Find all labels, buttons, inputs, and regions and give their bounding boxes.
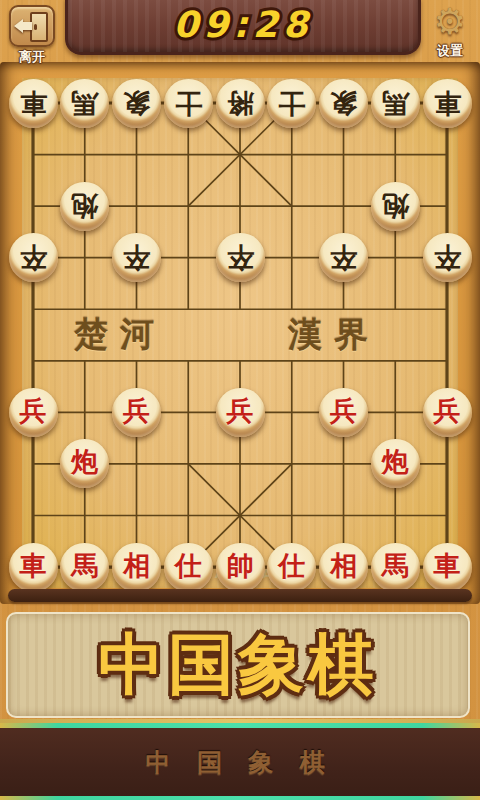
logo-panel: 中国象棋	[6, 612, 470, 718]
piece-glyph: 帥	[227, 553, 254, 580]
piece-glyph: 相	[123, 553, 150, 580]
piece-glyph: 車	[434, 89, 461, 116]
piece-black-卒[interactable]: 卒	[216, 233, 265, 282]
piece-black-馬[interactable]: 馬	[60, 79, 109, 128]
piece-glyph: 仕	[278, 553, 305, 580]
piece-red-兵[interactable]: 兵	[216, 388, 265, 437]
board-bottom-edge	[8, 589, 472, 602]
piece-glyph: 兵	[123, 398, 150, 425]
timer-panel: 09:28	[65, 0, 421, 55]
piece-red-馬[interactable]: 馬	[60, 543, 109, 592]
piece-glyph: 仕	[175, 553, 202, 580]
piece-glyph: 兵	[227, 398, 254, 425]
piece-glyph: 兵	[434, 398, 461, 425]
piece-red-兵[interactable]: 兵	[9, 388, 58, 437]
piece-black-馬[interactable]: 馬	[371, 79, 420, 128]
game-screen: 09:28 离开 ⚙ 设置 楚河 漢界 BOYAA GAME 車馬象士將士象馬車…	[0, 0, 480, 800]
piece-glyph: 炮	[382, 192, 409, 219]
piece-red-仕[interactable]: 仕	[164, 543, 213, 592]
top-bar: 09:28 离开 ⚙ 设置	[0, 0, 480, 62]
gear-icon: ⚙	[422, 2, 478, 42]
leave-button[interactable]: 离开	[4, 5, 60, 66]
river-label-left: 楚河	[74, 312, 166, 358]
piece-red-相[interactable]: 相	[112, 543, 161, 592]
board-grid	[0, 62, 480, 604]
game-logo: 中国象棋	[98, 620, 378, 710]
piece-glyph: 車	[20, 553, 47, 580]
piece-red-仕[interactable]: 仕	[267, 543, 316, 592]
piece-red-馬[interactable]: 馬	[371, 543, 420, 592]
piece-black-卒[interactable]: 卒	[112, 233, 161, 282]
piece-black-卒[interactable]: 卒	[423, 233, 472, 282]
piece-red-相[interactable]: 相	[319, 543, 368, 592]
piece-black-卒[interactable]: 卒	[9, 233, 58, 282]
piece-glyph: 炮	[71, 192, 98, 219]
piece-red-兵[interactable]: 兵	[423, 388, 472, 437]
piece-black-士[interactable]: 士	[267, 79, 316, 128]
piece-glyph: 象	[330, 89, 357, 116]
piece-black-士[interactable]: 士	[164, 79, 213, 128]
piece-glyph: 卒	[434, 243, 461, 270]
piece-glyph: 卒	[330, 243, 357, 270]
piece-glyph: 兵	[20, 398, 47, 425]
piece-red-炮[interactable]: 炮	[371, 439, 420, 488]
teal-divider-bottom	[0, 796, 480, 800]
piece-black-象[interactable]: 象	[112, 79, 161, 128]
piece-glyph: 馬	[382, 89, 409, 116]
piece-black-車[interactable]: 車	[423, 79, 472, 128]
settings-button-label: 设置	[422, 42, 478, 60]
piece-black-卒[interactable]: 卒	[319, 233, 368, 282]
piece-glyph: 卒	[227, 243, 254, 270]
piece-black-炮[interactable]: 炮	[371, 182, 420, 231]
piece-glyph: 馬	[71, 89, 98, 116]
piece-glyph: 象	[123, 89, 150, 116]
piece-black-將[interactable]: 將	[216, 79, 265, 128]
piece-glyph: 兵	[330, 398, 357, 425]
river-label-right: 漢界	[288, 312, 380, 358]
piece-red-兵[interactable]: 兵	[112, 388, 161, 437]
piece-glyph: 馬	[71, 553, 98, 580]
piece-glyph: 卒	[20, 243, 47, 270]
exit-door-icon	[9, 5, 55, 47]
piece-glyph: 士	[278, 89, 305, 116]
piece-glyph: 炮	[71, 449, 98, 476]
piece-black-象[interactable]: 象	[319, 79, 368, 128]
xiangqi-board[interactable]: 楚河 漢界 BOYAA GAME 車馬象士將士象馬車炮炮卒卒卒卒卒兵兵兵兵兵炮炮…	[0, 62, 480, 604]
piece-glyph: 士	[175, 89, 202, 116]
leave-button-label: 离开	[4, 48, 60, 66]
bottom-title-text: 中 国 象 棋	[146, 746, 335, 779]
piece-red-車[interactable]: 車	[9, 543, 58, 592]
piece-red-兵[interactable]: 兵	[319, 388, 368, 437]
piece-glyph: 卒	[123, 243, 150, 270]
piece-glyph: 馬	[382, 553, 409, 580]
bottom-title-bar: 中 国 象 棋	[0, 728, 480, 796]
piece-black-車[interactable]: 車	[9, 79, 58, 128]
piece-glyph: 炮	[382, 449, 409, 476]
piece-glyph: 車	[20, 89, 47, 116]
piece-glyph: 相	[330, 553, 357, 580]
piece-red-車[interactable]: 車	[423, 543, 472, 592]
piece-red-帥[interactable]: 帥	[216, 543, 265, 592]
settings-button[interactable]: ⚙ 设置	[422, 2, 478, 60]
piece-glyph: 將	[227, 89, 254, 116]
piece-glyph: 車	[434, 553, 461, 580]
game-timer: 09:28	[173, 4, 313, 45]
piece-black-炮[interactable]: 炮	[60, 182, 109, 231]
